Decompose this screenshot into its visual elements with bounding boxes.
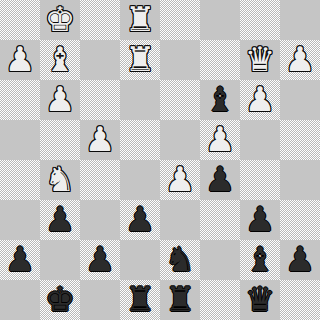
square-d7[interactable]: ♜ xyxy=(120,40,160,80)
square-e6[interactable] xyxy=(160,80,200,120)
white-rook-icon[interactable]: ♜ xyxy=(125,40,155,79)
square-e1[interactable]: ♜ xyxy=(160,280,200,320)
black-king-icon[interactable]: ♚ xyxy=(45,280,75,319)
white-rook-icon[interactable]: ♜ xyxy=(125,0,155,39)
black-pawn-icon[interactable]: ♟ xyxy=(125,200,155,239)
black-pawn-icon[interactable]: ♟ xyxy=(285,240,315,279)
square-a2[interactable]: ♟ xyxy=(0,240,40,280)
square-a1[interactable] xyxy=(0,280,40,320)
square-a3[interactable] xyxy=(0,200,40,240)
black-pawn-icon[interactable]: ♟ xyxy=(245,200,275,239)
black-pawn-icon[interactable]: ♟ xyxy=(205,160,235,199)
black-rook-icon[interactable]: ♜ xyxy=(165,280,195,319)
white-queen-icon[interactable]: ♛ xyxy=(245,40,275,79)
square-b4[interactable]: ♞ xyxy=(40,160,80,200)
square-g8[interactable] xyxy=(240,0,280,40)
white-pawn-icon[interactable]: ♟ xyxy=(245,80,275,119)
black-knight-icon[interactable]: ♞ xyxy=(165,240,195,279)
square-h4[interactable] xyxy=(280,160,320,200)
square-f6[interactable]: ♝ xyxy=(200,80,240,120)
square-c5[interactable]: ♟ xyxy=(80,120,120,160)
square-f4[interactable]: ♟ xyxy=(200,160,240,200)
black-pawn-icon[interactable]: ♟ xyxy=(85,240,115,279)
white-pawn-icon[interactable]: ♟ xyxy=(5,40,35,79)
square-a8[interactable] xyxy=(0,0,40,40)
white-pawn-icon[interactable]: ♟ xyxy=(85,120,115,159)
white-bishop-icon[interactable]: ♝ xyxy=(45,40,75,79)
square-f2[interactable] xyxy=(200,240,240,280)
black-rook-icon[interactable]: ♜ xyxy=(125,280,155,319)
square-d1[interactable]: ♜ xyxy=(120,280,160,320)
square-a7[interactable]: ♟ xyxy=(0,40,40,80)
square-e3[interactable] xyxy=(160,200,200,240)
square-f7[interactable] xyxy=(200,40,240,80)
chess-app-screen: ♚♜♟♝♜♛♟♟♝♟♟♟♞♟♟♟♟♟♟♟♞♝♟♚♜♜♛ xyxy=(0,0,320,320)
black-bishop-icon[interactable]: ♝ xyxy=(205,80,235,119)
square-g6[interactable]: ♟ xyxy=(240,80,280,120)
square-e2[interactable]: ♞ xyxy=(160,240,200,280)
square-c8[interactable] xyxy=(80,0,120,40)
square-b7[interactable]: ♝ xyxy=(40,40,80,80)
black-pawn-icon[interactable]: ♟ xyxy=(45,200,75,239)
square-c1[interactable] xyxy=(80,280,120,320)
square-h3[interactable] xyxy=(280,200,320,240)
square-f3[interactable] xyxy=(200,200,240,240)
square-b6[interactable]: ♟ xyxy=(40,80,80,120)
square-h1[interactable] xyxy=(280,280,320,320)
square-b5[interactable] xyxy=(40,120,80,160)
square-e4[interactable]: ♟ xyxy=(160,160,200,200)
square-g1[interactable]: ♛ xyxy=(240,280,280,320)
square-c4[interactable] xyxy=(80,160,120,200)
square-a4[interactable] xyxy=(0,160,40,200)
white-knight-icon[interactable]: ♞ xyxy=(45,160,75,199)
black-pawn-icon[interactable]: ♟ xyxy=(5,240,35,279)
black-bishop-icon[interactable]: ♝ xyxy=(245,240,275,279)
square-h5[interactable] xyxy=(280,120,320,160)
square-e7[interactable] xyxy=(160,40,200,80)
square-e5[interactable] xyxy=(160,120,200,160)
square-b1[interactable]: ♚ xyxy=(40,280,80,320)
square-f1[interactable] xyxy=(200,280,240,320)
square-g4[interactable] xyxy=(240,160,280,200)
square-h2[interactable]: ♟ xyxy=(280,240,320,280)
square-f8[interactable] xyxy=(200,0,240,40)
square-a6[interactable] xyxy=(0,80,40,120)
white-king-icon[interactable]: ♚ xyxy=(45,0,75,39)
square-g5[interactable] xyxy=(240,120,280,160)
square-a5[interactable] xyxy=(0,120,40,160)
square-d8[interactable]: ♜ xyxy=(120,0,160,40)
square-c7[interactable] xyxy=(80,40,120,80)
square-d6[interactable] xyxy=(120,80,160,120)
square-d4[interactable] xyxy=(120,160,160,200)
square-b3[interactable]: ♟ xyxy=(40,200,80,240)
square-d2[interactable] xyxy=(120,240,160,280)
square-c6[interactable] xyxy=(80,80,120,120)
white-pawn-icon[interactable]: ♟ xyxy=(205,120,235,159)
square-h6[interactable] xyxy=(280,80,320,120)
white-pawn-icon[interactable]: ♟ xyxy=(45,80,75,119)
chess-board: ♚♜♟♝♜♛♟♟♝♟♟♟♞♟♟♟♟♟♟♟♞♝♟♚♜♜♛ xyxy=(0,0,320,320)
square-c2[interactable]: ♟ xyxy=(80,240,120,280)
square-g2[interactable]: ♝ xyxy=(240,240,280,280)
white-pawn-icon[interactable]: ♟ xyxy=(165,160,195,199)
square-d5[interactable] xyxy=(120,120,160,160)
white-pawn-icon[interactable]: ♟ xyxy=(285,40,315,79)
square-g3[interactable]: ♟ xyxy=(240,200,280,240)
square-h8[interactable] xyxy=(280,0,320,40)
square-g7[interactable]: ♛ xyxy=(240,40,280,80)
black-queen-icon[interactable]: ♛ xyxy=(245,280,275,319)
square-h7[interactable]: ♟ xyxy=(280,40,320,80)
square-d3[interactable]: ♟ xyxy=(120,200,160,240)
square-b2[interactable] xyxy=(40,240,80,280)
square-f5[interactable]: ♟ xyxy=(200,120,240,160)
square-e8[interactable] xyxy=(160,0,200,40)
square-c3[interactable] xyxy=(80,200,120,240)
square-b8[interactable]: ♚ xyxy=(40,0,80,40)
